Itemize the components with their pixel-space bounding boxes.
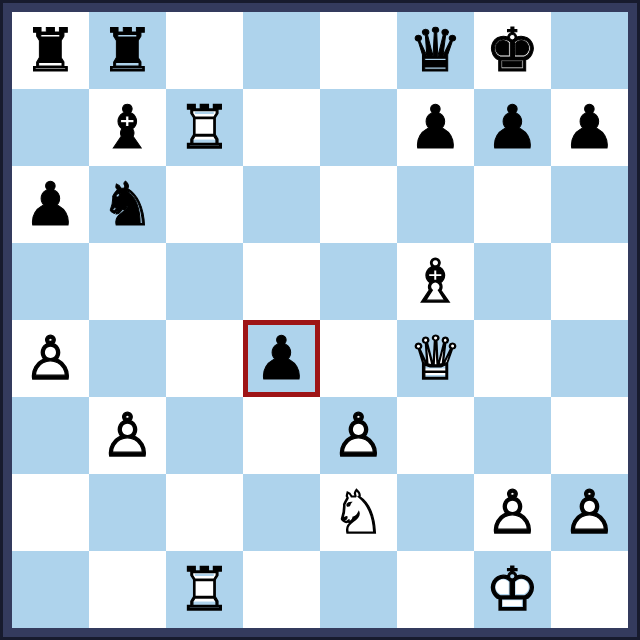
- square-f4[interactable]: ♛♕: [397, 320, 474, 397]
- black-knight-piece[interactable]: ♞: [89, 166, 166, 243]
- black-piece-glyph: ♞: [89, 166, 166, 243]
- white-pawn-piece[interactable]: ♟♙: [474, 474, 551, 551]
- square-g5[interactable]: [474, 243, 551, 320]
- square-b4[interactable]: [89, 320, 166, 397]
- square-d1[interactable]: [243, 551, 320, 628]
- black-bishop-piece[interactable]: ♝: [89, 89, 166, 166]
- square-f1[interactable]: [397, 551, 474, 628]
- square-c5[interactable]: [166, 243, 243, 320]
- square-g7[interactable]: ♟: [474, 89, 551, 166]
- white-piece-outline: ♖: [166, 89, 243, 166]
- square-a7[interactable]: [12, 89, 89, 166]
- square-h6[interactable]: [551, 166, 628, 243]
- white-piece-outline: ♖: [166, 551, 243, 628]
- square-g2[interactable]: ♟♙: [474, 474, 551, 551]
- square-b5[interactable]: [89, 243, 166, 320]
- square-h4[interactable]: [551, 320, 628, 397]
- square-c2[interactable]: [166, 474, 243, 551]
- square-e1[interactable]: [320, 551, 397, 628]
- black-piece-glyph: ♚: [474, 12, 551, 89]
- white-piece-outline: ♙: [474, 474, 551, 551]
- square-h5[interactable]: [551, 243, 628, 320]
- white-piece-outline: ♔: [474, 551, 551, 628]
- black-pawn-piece[interactable]: ♟: [243, 320, 320, 397]
- black-piece-glyph: ♟: [551, 89, 628, 166]
- white-piece-outline: ♗: [397, 243, 474, 320]
- square-g6[interactable]: [474, 166, 551, 243]
- square-f7[interactable]: ♟: [397, 89, 474, 166]
- black-piece-glyph: ♟: [243, 320, 320, 397]
- square-f6[interactable]: [397, 166, 474, 243]
- black-pawn-piece[interactable]: ♟: [474, 89, 551, 166]
- square-b6[interactable]: ♞: [89, 166, 166, 243]
- square-d5[interactable]: [243, 243, 320, 320]
- black-pawn-piece[interactable]: ♟: [397, 89, 474, 166]
- square-a2[interactable]: [12, 474, 89, 551]
- white-pawn-piece[interactable]: ♟♙: [551, 474, 628, 551]
- black-queen-piece[interactable]: ♛: [397, 12, 474, 89]
- square-a5[interactable]: [12, 243, 89, 320]
- white-piece-outline: ♙: [551, 474, 628, 551]
- white-pawn-piece[interactable]: ♟♙: [89, 397, 166, 474]
- square-h8[interactable]: [551, 12, 628, 89]
- square-d7[interactable]: [243, 89, 320, 166]
- white-pawn-piece[interactable]: ♟♙: [320, 397, 397, 474]
- square-c3[interactable]: [166, 397, 243, 474]
- black-rook-piece[interactable]: ♜: [89, 12, 166, 89]
- square-b7[interactable]: ♝: [89, 89, 166, 166]
- square-h2[interactable]: ♟♙: [551, 474, 628, 551]
- black-piece-glyph: ♜: [89, 12, 166, 89]
- white-pawn-piece[interactable]: ♟♙: [12, 320, 89, 397]
- black-pawn-piece[interactable]: ♟: [551, 89, 628, 166]
- square-b2[interactable]: [89, 474, 166, 551]
- black-piece-glyph: ♜: [12, 12, 89, 89]
- black-rook-piece[interactable]: ♜: [12, 12, 89, 89]
- square-e8[interactable]: [320, 12, 397, 89]
- square-f3[interactable]: [397, 397, 474, 474]
- square-a1[interactable]: [12, 551, 89, 628]
- white-piece-outline: ♕: [397, 320, 474, 397]
- square-h7[interactable]: ♟: [551, 89, 628, 166]
- black-piece-glyph: ♛: [397, 12, 474, 89]
- white-piece-outline: ♙: [89, 397, 166, 474]
- black-king-piece[interactable]: ♚: [474, 12, 551, 89]
- square-e6[interactable]: [320, 166, 397, 243]
- square-c8[interactable]: [166, 12, 243, 89]
- white-rook-piece[interactable]: ♜♖: [166, 89, 243, 166]
- square-e4[interactable]: [320, 320, 397, 397]
- board-frame: ♜♜♛♚♝♜♖♟♟♟♟♞♝♗♟♙♟♛♕♟♙♟♙♞♘♟♙♟♙♜♖♚♔: [0, 0, 640, 640]
- square-d2[interactable]: [243, 474, 320, 551]
- black-piece-glyph: ♟: [12, 166, 89, 243]
- square-c1[interactable]: ♜♖: [166, 551, 243, 628]
- square-c6[interactable]: [166, 166, 243, 243]
- white-king-piece[interactable]: ♚♔: [474, 551, 551, 628]
- square-h3[interactable]: [551, 397, 628, 474]
- white-piece-outline: ♙: [12, 320, 89, 397]
- square-h1[interactable]: [551, 551, 628, 628]
- white-bishop-piece[interactable]: ♝♗: [397, 243, 474, 320]
- square-f8[interactable]: ♛: [397, 12, 474, 89]
- square-g1[interactable]: ♚♔: [474, 551, 551, 628]
- square-d6[interactable]: [243, 166, 320, 243]
- square-a4[interactable]: ♟♙: [12, 320, 89, 397]
- white-queen-piece[interactable]: ♛♕: [397, 320, 474, 397]
- square-g3[interactable]: [474, 397, 551, 474]
- square-b1[interactable]: [89, 551, 166, 628]
- square-e2[interactable]: ♞♘: [320, 474, 397, 551]
- white-rook-piece[interactable]: ♜♖: [166, 551, 243, 628]
- black-pawn-piece[interactable]: ♟: [12, 166, 89, 243]
- white-piece-outline: ♙: [320, 397, 397, 474]
- square-c4[interactable]: [166, 320, 243, 397]
- square-a8[interactable]: ♜: [12, 12, 89, 89]
- square-g4[interactable]: [474, 320, 551, 397]
- black-piece-glyph: ♝: [89, 89, 166, 166]
- square-c7[interactable]: ♜♖: [166, 89, 243, 166]
- square-b3[interactable]: ♟♙: [89, 397, 166, 474]
- square-e5[interactable]: [320, 243, 397, 320]
- square-e7[interactable]: [320, 89, 397, 166]
- square-a3[interactable]: [12, 397, 89, 474]
- chess-board: ♜♜♛♚♝♜♖♟♟♟♟♞♝♗♟♙♟♛♕♟♙♟♙♞♘♟♙♟♙♜♖♚♔: [12, 12, 628, 628]
- black-piece-glyph: ♟: [474, 89, 551, 166]
- black-piece-glyph: ♟: [397, 89, 474, 166]
- white-piece-outline: ♘: [320, 474, 397, 551]
- square-b8[interactable]: ♜: [89, 12, 166, 89]
- square-d3[interactable]: [243, 397, 320, 474]
- square-a6[interactable]: ♟: [12, 166, 89, 243]
- square-d4[interactable]: ♟: [243, 320, 320, 397]
- square-d8[interactable]: [243, 12, 320, 89]
- white-knight-piece[interactable]: ♞♘: [320, 474, 397, 551]
- square-g8[interactable]: ♚: [474, 12, 551, 89]
- square-e3[interactable]: ♟♙: [320, 397, 397, 474]
- square-f2[interactable]: [397, 474, 474, 551]
- square-f5[interactable]: ♝♗: [397, 243, 474, 320]
